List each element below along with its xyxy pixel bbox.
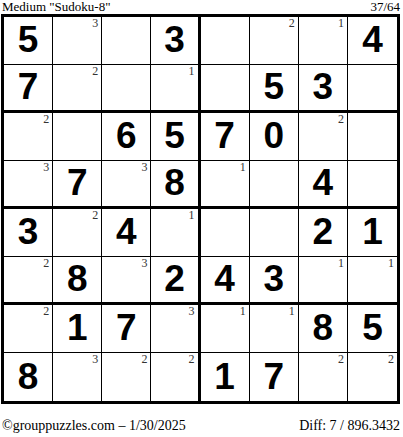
given-digit: 7 xyxy=(214,117,235,156)
cell-r5c6[interactable] xyxy=(250,209,299,257)
pencil-mark: 2 xyxy=(92,65,98,78)
cell-r1c1[interactable]: 5 xyxy=(4,17,53,65)
cell-r1c5[interactable] xyxy=(201,17,250,65)
cell-r1c2[interactable]: 3 xyxy=(53,17,102,65)
given-digit: 2 xyxy=(164,260,185,299)
cell-r5c3[interactable]: 4 xyxy=(102,209,151,257)
pencil-mark: 1 xyxy=(338,257,344,270)
given-digit: 5 xyxy=(362,309,383,348)
cell-r3c3[interactable]: 6 xyxy=(102,113,151,161)
cell-r4c1[interactable]: 3 xyxy=(4,161,53,209)
page-footer: ©grouppuzzles.com – 1/30/2025 Diff: 7 / … xyxy=(2,418,400,434)
pencil-mark: 2 xyxy=(43,305,49,318)
cell-r3c6[interactable]: 0 xyxy=(250,113,299,161)
pencil-mark: 1 xyxy=(189,209,195,222)
cell-r8c5[interactable]: 1 xyxy=(201,353,250,401)
given-digit: 5 xyxy=(263,68,284,107)
cell-r8c3[interactable]: 2 xyxy=(102,353,151,401)
cell-r1c6[interactable]: 2 xyxy=(250,17,299,65)
given-digit: 8 xyxy=(67,260,88,299)
cell-r3c5[interactable]: 7 xyxy=(201,113,250,161)
cell-r3c4[interactable]: 5 xyxy=(151,113,200,161)
given-digit: 2 xyxy=(313,213,334,252)
given-digit: 7 xyxy=(67,164,88,203)
copyright-text: ©grouppuzzles.com – 1/30/2025 xyxy=(2,418,186,434)
cell-r8c8[interactable]: 2 xyxy=(348,353,397,401)
pencil-mark: 1 xyxy=(240,161,246,174)
cell-r2c2[interactable]: 2 xyxy=(53,65,102,113)
cell-r7c5[interactable]: 1 xyxy=(201,305,250,353)
puzzle-title: Medium "Sudoku-8" xyxy=(2,0,110,14)
cell-r2c6[interactable]: 5 xyxy=(250,65,299,113)
cell-r8c4[interactable]: 2 xyxy=(151,353,200,401)
given-digit: 1 xyxy=(67,309,88,348)
pencil-mark: 3 xyxy=(92,353,98,366)
pencil-mark: 3 xyxy=(141,257,147,270)
cell-r4c7[interactable]: 4 xyxy=(299,161,348,209)
cell-r6c3[interactable]: 3 xyxy=(102,257,151,305)
cell-r8c1[interactable]: 8 xyxy=(4,353,53,401)
pencil-mark: 1 xyxy=(240,305,246,318)
pencil-mark: 2 xyxy=(43,113,49,126)
given-digit: 6 xyxy=(116,117,137,156)
given-digit: 3 xyxy=(18,213,39,252)
cell-r4c6[interactable] xyxy=(250,161,299,209)
cell-r7c1[interactable]: 2 xyxy=(4,305,53,353)
pencil-mark: 2 xyxy=(338,353,344,366)
cell-r7c7[interactable]: 8 xyxy=(299,305,348,353)
cell-r2c7[interactable]: 3 xyxy=(299,65,348,113)
pencil-mark: 3 xyxy=(43,161,49,174)
given-digit: 0 xyxy=(263,117,284,156)
given-digit: 3 xyxy=(164,21,185,60)
cell-r2c5[interactable] xyxy=(201,65,250,113)
cell-r8c2[interactable]: 3 xyxy=(53,353,102,401)
pencil-mark: 2 xyxy=(43,257,49,270)
cell-r4c2[interactable]: 7 xyxy=(53,161,102,209)
cell-r1c4[interactable]: 3 xyxy=(151,17,200,65)
pencil-mark: 1 xyxy=(388,257,394,270)
cell-r1c7[interactable]: 1 xyxy=(299,17,348,65)
given-digit: 7 xyxy=(263,358,284,397)
pencil-mark: 2 xyxy=(92,209,98,222)
pencil-mark: 1 xyxy=(338,17,344,30)
pencil-mark: 2 xyxy=(388,353,394,366)
cell-r3c2[interactable] xyxy=(53,113,102,161)
cell-r7c6[interactable]: 1 xyxy=(250,305,299,353)
pencil-mark: 3 xyxy=(141,161,147,174)
given-digit: 3 xyxy=(313,68,334,107)
given-digit: 3 xyxy=(263,260,284,299)
pencil-mark: 2 xyxy=(338,113,344,126)
cell-r6c7[interactable]: 1 xyxy=(299,257,348,305)
cell-r7c3[interactable]: 7 xyxy=(102,305,151,353)
cell-r7c4[interactable]: 3 xyxy=(151,305,200,353)
given-digit: 4 xyxy=(214,260,235,299)
cell-r6c5[interactable]: 4 xyxy=(201,257,250,305)
cell-r8c7[interactable]: 2 xyxy=(299,353,348,401)
cell-r7c8[interactable]: 5 xyxy=(348,305,397,353)
cell-r2c3[interactable] xyxy=(102,65,151,113)
cell-r6c8[interactable]: 1 xyxy=(348,257,397,305)
cell-r6c6[interactable]: 3 xyxy=(250,257,299,305)
given-digit: 8 xyxy=(164,164,185,203)
cell-r3c7[interactable]: 2 xyxy=(299,113,348,161)
cell-r2c4[interactable]: 1 xyxy=(151,65,200,113)
cell-r2c8[interactable] xyxy=(348,65,397,113)
given-digit: 7 xyxy=(116,309,137,348)
given-digit: 4 xyxy=(313,164,334,203)
cell-counter: 37/64 xyxy=(370,0,400,14)
pencil-mark: 3 xyxy=(92,17,98,30)
pencil-mark: 3 xyxy=(189,305,195,318)
pencil-mark: 2 xyxy=(189,353,195,366)
cell-r5c5[interactable] xyxy=(201,209,250,257)
cell-r4c8[interactable] xyxy=(348,161,397,209)
cell-r5c1[interactable]: 3 xyxy=(4,209,53,257)
given-digit: 8 xyxy=(18,358,39,397)
given-digit: 5 xyxy=(164,117,185,156)
given-digit: 7 xyxy=(18,68,39,107)
cell-r7c2[interactable]: 1 xyxy=(53,305,102,353)
pencil-mark: 1 xyxy=(289,305,295,318)
cell-r1c8[interactable]: 4 xyxy=(348,17,397,65)
given-digit: 1 xyxy=(214,358,235,397)
pencil-mark: 2 xyxy=(289,17,295,30)
cell-r5c4[interactable]: 1 xyxy=(151,209,200,257)
pencil-mark: 2 xyxy=(141,353,147,366)
cell-r8c6[interactable]: 7 xyxy=(250,353,299,401)
cell-r6c1[interactable]: 2 xyxy=(4,257,53,305)
cell-r4c5[interactable]: 1 xyxy=(201,161,250,209)
difficulty-text: Diff: 7 / 896.3432 xyxy=(299,418,400,434)
cell-r4c4[interactable]: 8 xyxy=(151,161,200,209)
cell-r6c2[interactable]: 8 xyxy=(53,257,102,305)
given-digit: 4 xyxy=(116,213,137,252)
sudoku-board: 5332147215326570237381432412128324311217… xyxy=(1,14,400,404)
cell-r5c8[interactable]: 1 xyxy=(348,209,397,257)
given-digit: 4 xyxy=(362,21,383,60)
given-digit: 1 xyxy=(362,213,383,252)
cell-r3c8[interactable] xyxy=(348,113,397,161)
cell-r2c1[interactable]: 7 xyxy=(4,65,53,113)
page-header: Medium "Sudoku-8" 37/64 xyxy=(2,0,400,14)
pencil-mark: 1 xyxy=(189,65,195,78)
cell-r5c2[interactable]: 2 xyxy=(53,209,102,257)
cell-r4c3[interactable]: 3 xyxy=(102,161,151,209)
cell-r3c1[interactable]: 2 xyxy=(4,113,53,161)
cell-r5c7[interactable]: 2 xyxy=(299,209,348,257)
cell-r1c3[interactable] xyxy=(102,17,151,65)
given-digit: 5 xyxy=(18,21,39,60)
given-digit: 8 xyxy=(313,309,334,348)
cell-r6c4[interactable]: 2 xyxy=(151,257,200,305)
